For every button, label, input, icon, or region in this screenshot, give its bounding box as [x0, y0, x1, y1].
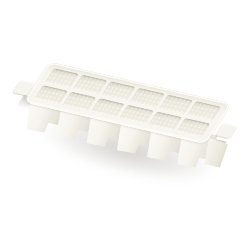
tray-end-wall [203, 138, 229, 169]
compartment [119, 104, 153, 124]
compartment [176, 117, 210, 137]
compartment [148, 111, 182, 131]
ice-cube-tray [23, 62, 245, 224]
left-handle-tab [12, 80, 35, 96]
product-photo-scene [0, 0, 250, 250]
compartment [187, 101, 221, 121]
compartment [159, 94, 193, 114]
compartment [130, 88, 164, 108]
